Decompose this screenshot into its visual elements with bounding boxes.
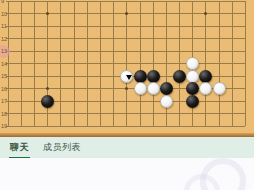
row-label: 12: [1, 36, 8, 42]
star-point: [125, 87, 128, 90]
tab-bar: 聊天 成员列表: [0, 137, 254, 158]
grid-hline: [6, 113, 246, 114]
black-stone: [160, 82, 173, 95]
row-label: 13: [1, 48, 8, 54]
tab-chat[interactable]: 聊天: [9, 141, 30, 154]
row-label: 10: [1, 11, 8, 17]
star-point: [204, 12, 207, 15]
star-point: [125, 12, 128, 15]
row-label: 14: [1, 61, 8, 67]
row-label: 9: [1, 0, 8, 4]
grid-hline: [6, 38, 246, 39]
row-label: 18: [1, 111, 8, 117]
white-stone: [134, 82, 147, 95]
grid-hline: [6, 63, 246, 64]
tab-member-list-label: 成员列表: [43, 142, 81, 152]
row-label: 19: [1, 123, 8, 129]
black-stone: [199, 70, 212, 83]
black-stone: [173, 70, 186, 83]
tab-member-list[interactable]: 成员列表: [42, 141, 82, 154]
app-screen: 910111213141516171819 聊天 成员列表: [0, 0, 254, 190]
grid-hline: [6, 26, 246, 27]
white-stone: [186, 70, 199, 83]
black-stone: [147, 70, 160, 83]
white-stone: [186, 57, 199, 70]
white-stone: [147, 82, 160, 95]
tab-chat-label: 聊天: [10, 142, 29, 152]
row-label: 11: [1, 23, 8, 29]
white-stone: [160, 95, 173, 108]
star-point: [46, 12, 49, 15]
star-point: [46, 87, 49, 90]
black-stone: [134, 70, 147, 83]
grid-hline: [6, 51, 246, 52]
row-label: 15: [1, 73, 8, 79]
black-stone: [41, 95, 54, 108]
white-stone: [120, 70, 133, 83]
white-stone: [213, 82, 226, 95]
grid-hline: [6, 126, 246, 127]
black-stone: [186, 82, 199, 95]
content-panel: [0, 158, 254, 190]
white-stone: [199, 82, 212, 95]
black-stone: [186, 95, 199, 108]
last-move-triangle-marker: [126, 75, 132, 80]
row-label: 16: [1, 86, 8, 92]
go-board[interactable]: 910111213141516171819: [0, 0, 254, 133]
row-label: 17: [1, 98, 8, 104]
grid-hline: [6, 1, 246, 2]
